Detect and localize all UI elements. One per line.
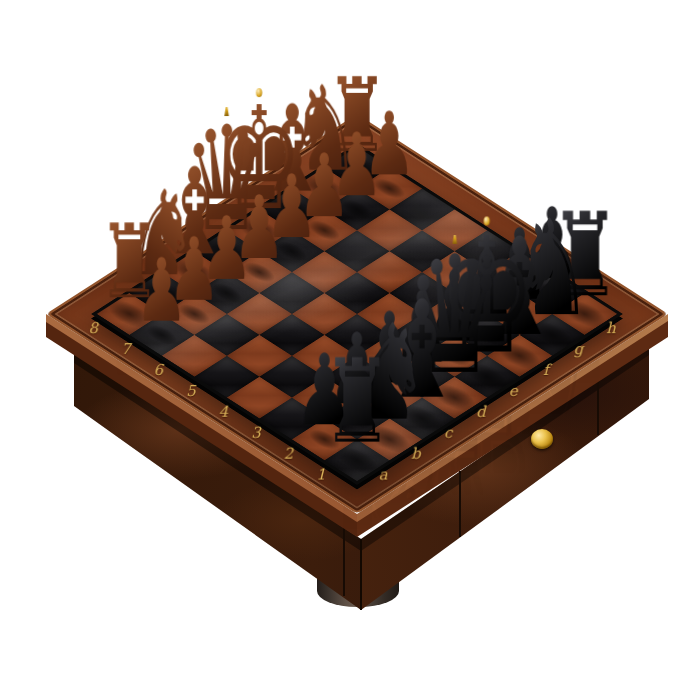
file-label-c: c (428, 424, 468, 442)
gold-finial-spike (224, 101, 229, 116)
file-label-e: e (493, 382, 533, 400)
file-label-f: f (526, 361, 566, 379)
rank-label-3: 3 (236, 424, 276, 442)
rank-label-4: 4 (203, 403, 243, 421)
file-label-g: g (558, 340, 598, 358)
rank-label-6: 6 (138, 361, 178, 379)
file-label-h: h (591, 319, 631, 337)
board-3d-wrap: 87654321 hgfedcba ♜♜♞♞♝♝♛♛♚♚♝♝♞♞♜♜♟♟♟♟♟♟… (46, 114, 668, 514)
table-top: 87654321 hgfedcba ♜♜♞♞♝♝♛♛♚♚♝♝♞♞♜♜♟♟♟♟♟♟… (46, 114, 668, 514)
rank-label-5: 5 (171, 382, 211, 400)
rank-label-7: 7 (106, 340, 146, 358)
gold-finial-spike (452, 229, 457, 244)
file-label-b: b (396, 445, 436, 463)
file-label-d: d (461, 403, 501, 421)
rank-label-1: 1 (301, 466, 341, 484)
board-panel: ♜♜♞♞♝♝♛♛♚♚♝♝♞♞♜♜♟♟♟♟♟♟♟♟♟♟♟♟♟♟♟♟♟♟♟♟♟♟♟♟… (91, 143, 623, 485)
chess-table-photo: 87654321 hgfedcba ♜♜♞♞♝♝♛♛♚♚♝♝♞♞♜♜♟♟♟♟♟♟… (0, 0, 700, 700)
brown-pawn-glyph: ♟ (107, 248, 216, 335)
file-label-a: a (363, 466, 403, 484)
black-rook-glyph: ♜ (303, 345, 412, 461)
rank-label-8: 8 (73, 319, 113, 337)
rank-label-2: 2 (268, 445, 308, 463)
board-scene: 87654321 hgfedcba ♜♜♞♞♝♝♛♛♚♚♝♝♞♞♜♜♟♟♟♟♟♟… (0, 0, 700, 700)
